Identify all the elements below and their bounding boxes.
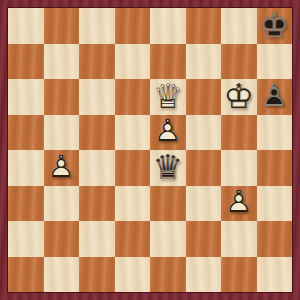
black-queen-outline-icon: ♕ — [153, 149, 183, 183]
square-d7[interactable] — [115, 44, 151, 80]
square-f5[interactable] — [186, 115, 222, 151]
square-f3[interactable] — [186, 186, 222, 222]
square-h7[interactable] — [257, 44, 293, 80]
square-d2[interactable] — [115, 221, 151, 257]
square-e4[interactable]: ♛♕ — [150, 150, 186, 186]
square-g4[interactable] — [221, 150, 257, 186]
black-queen-piece[interactable]: ♛♕ — [150, 150, 186, 186]
square-e1[interactable] — [150, 257, 186, 293]
white-pawn-outline-icon: ♙ — [47, 151, 75, 182]
square-b4[interactable]: ♟♙ — [44, 150, 80, 186]
square-h5[interactable] — [257, 115, 293, 151]
square-g5[interactable] — [221, 115, 257, 151]
square-a8[interactable] — [8, 8, 44, 44]
square-d6[interactable] — [115, 79, 151, 115]
square-f8[interactable] — [186, 8, 222, 44]
square-e7[interactable] — [150, 44, 186, 80]
square-a3[interactable] — [8, 186, 44, 222]
square-d4[interactable] — [115, 150, 151, 186]
square-e2[interactable] — [150, 221, 186, 257]
square-c6[interactable] — [79, 79, 115, 115]
white-pawn-piece[interactable]: ♟♙ — [221, 186, 257, 222]
square-c2[interactable] — [79, 221, 115, 257]
square-d8[interactable] — [115, 8, 151, 44]
square-f7[interactable] — [186, 44, 222, 80]
white-queen-piece[interactable]: ♛♕ — [150, 79, 186, 115]
square-c7[interactable] — [79, 44, 115, 80]
square-c1[interactable] — [79, 257, 115, 293]
square-a6[interactable] — [8, 79, 44, 115]
square-b5[interactable] — [44, 115, 80, 151]
white-pawn-outline-icon: ♙ — [225, 187, 253, 218]
square-e6[interactable]: ♛♕ — [150, 79, 186, 115]
square-g1[interactable] — [221, 257, 257, 293]
square-g8[interactable] — [221, 8, 257, 44]
white-king-outline-icon: ♔ — [224, 78, 254, 112]
white-queen-outline-icon: ♕ — [153, 78, 183, 112]
square-g2[interactable] — [221, 221, 257, 257]
square-h2[interactable] — [257, 221, 293, 257]
square-g7[interactable] — [221, 44, 257, 80]
square-f6[interactable] — [186, 79, 222, 115]
square-h3[interactable] — [257, 186, 293, 222]
square-b1[interactable] — [44, 257, 80, 293]
square-a7[interactable] — [8, 44, 44, 80]
square-a5[interactable] — [8, 115, 44, 151]
square-f1[interactable] — [186, 257, 222, 293]
black-king-piece[interactable]: ♚♔ — [257, 8, 293, 44]
square-g3[interactable]: ♟♙ — [221, 186, 257, 222]
square-b3[interactable] — [44, 186, 80, 222]
square-a4[interactable] — [8, 150, 44, 186]
square-f2[interactable] — [186, 221, 222, 257]
square-a1[interactable] — [8, 257, 44, 293]
square-h1[interactable] — [257, 257, 293, 293]
square-e8[interactable] — [150, 8, 186, 44]
black-pawn-piece[interactable]: ♟♙ — [257, 79, 293, 115]
black-king-outline-icon: ♔ — [259, 7, 289, 41]
chess-board: ♚♔♛♕♚♔♟♙♟♙♟♙♛♕♟♙ — [8, 8, 292, 292]
square-f4[interactable] — [186, 150, 222, 186]
square-h4[interactable] — [257, 150, 293, 186]
square-b7[interactable] — [44, 44, 80, 80]
white-pawn-outline-icon: ♙ — [154, 116, 182, 147]
white-pawn-piece[interactable]: ♟♙ — [150, 115, 186, 151]
square-c5[interactable] — [79, 115, 115, 151]
square-d1[interactable] — [115, 257, 151, 293]
white-king-piece[interactable]: ♚♔ — [221, 79, 257, 115]
square-b6[interactable] — [44, 79, 80, 115]
square-b8[interactable] — [44, 8, 80, 44]
square-c8[interactable] — [79, 8, 115, 44]
square-g6[interactable]: ♚♔ — [221, 79, 257, 115]
square-a2[interactable] — [8, 221, 44, 257]
white-pawn-piece[interactable]: ♟♙ — [44, 150, 80, 186]
chess-board-frame: ♚♔♛♕♚♔♟♙♟♙♟♙♛♕♟♙ — [0, 0, 300, 300]
square-d3[interactable] — [115, 186, 151, 222]
square-d5[interactable] — [115, 115, 151, 151]
square-c4[interactable] — [79, 150, 115, 186]
square-e5[interactable]: ♟♙ — [150, 115, 186, 151]
square-h8[interactable]: ♚♔ — [257, 8, 293, 44]
square-h6[interactable]: ♟♙ — [257, 79, 293, 115]
square-b2[interactable] — [44, 221, 80, 257]
black-pawn-outline-icon: ♙ — [260, 80, 288, 111]
square-e3[interactable] — [150, 186, 186, 222]
square-c3[interactable] — [79, 186, 115, 222]
